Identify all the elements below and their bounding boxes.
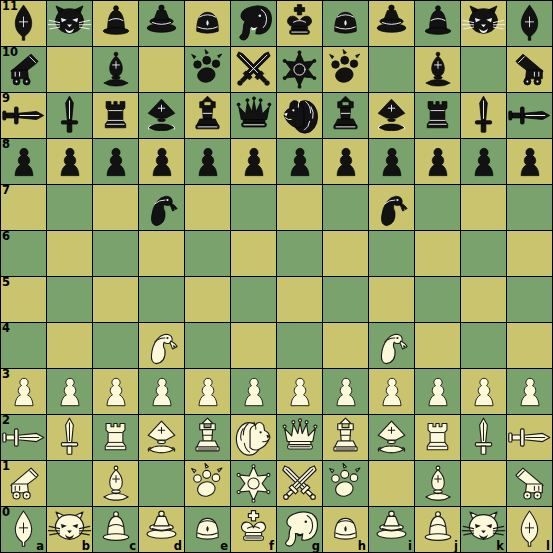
piece-black-snake	[371, 187, 413, 229]
piece-black-rook	[417, 95, 458, 136]
square-a8[interactable]: 8	[1, 139, 46, 184]
square-l8[interactable]	[507, 139, 552, 184]
piece-black-turban	[369, 1, 414, 46]
rank-label-8: 8	[2, 139, 10, 151]
square-c11[interactable]	[93, 1, 138, 46]
square-i3[interactable]	[369, 369, 414, 414]
rank-label-0: 0	[2, 507, 10, 519]
piece-black-bishop	[417, 49, 459, 91]
square-f10[interactable]	[231, 47, 276, 92]
piece-black-turban	[139, 1, 184, 46]
square-a9[interactable]: 9	[1, 93, 46, 138]
piece-black-pawn	[328, 144, 364, 180]
piece-white-xswords	[277, 461, 322, 506]
square-g7[interactable]	[277, 185, 322, 230]
piece-black-pawn	[6, 144, 42, 180]
square-j9[interactable]	[415, 93, 460, 138]
piece-white-pawn	[52, 374, 88, 410]
piece-black-mitre	[370, 94, 413, 137]
piece-black-elephant	[231, 1, 276, 46]
square-d8[interactable]	[139, 139, 184, 184]
file-label-j: j	[454, 540, 458, 552]
square-a5[interactable]: 5	[1, 277, 46, 322]
piece-black-pawn	[466, 144, 502, 180]
square-j8[interactable]	[415, 139, 460, 184]
piece-black-bishop	[95, 49, 137, 91]
square-h10[interactable]	[323, 47, 368, 92]
piece-black-paw	[325, 49, 367, 91]
piece-white-paw	[187, 463, 229, 505]
square-i9[interactable]	[369, 93, 414, 138]
piece-black-king	[278, 2, 321, 45]
piece-white-snake	[141, 325, 183, 367]
file-label-i: i	[408, 540, 412, 552]
square-b4[interactable]	[47, 323, 92, 368]
rank-label-6: 6	[2, 231, 10, 243]
rank-label-1: 1	[2, 461, 10, 473]
piece-black-sword	[462, 94, 505, 137]
square-c5[interactable]	[93, 277, 138, 322]
square-i0[interactable]: i	[369, 507, 414, 552]
square-h5[interactable]	[323, 277, 368, 322]
square-b5[interactable]	[47, 277, 92, 322]
piece-black-xswords	[231, 47, 276, 92]
square-e6[interactable]	[185, 231, 230, 276]
piece-white-pawn	[6, 374, 42, 410]
square-b0[interactable]: b	[47, 507, 92, 552]
piece-black-cannon	[508, 48, 552, 92]
square-c6[interactable]	[93, 231, 138, 276]
square-j7[interactable]	[415, 185, 460, 230]
square-f5[interactable]	[231, 277, 276, 322]
square-d5[interactable]	[139, 277, 184, 322]
square-j3[interactable]	[415, 369, 460, 414]
file-label-d: d	[174, 540, 182, 552]
square-i2[interactable]	[369, 415, 414, 460]
square-d11[interactable]	[139, 1, 184, 46]
square-g6[interactable]	[277, 231, 322, 276]
square-b7[interactable]	[47, 185, 92, 230]
file-label-b: b	[82, 540, 90, 552]
square-f9[interactable]	[231, 93, 276, 138]
square-e11[interactable]	[185, 1, 230, 46]
square-f2[interactable]	[231, 415, 276, 460]
piece-black-tower	[186, 94, 229, 137]
square-d1[interactable]	[139, 461, 184, 506]
square-k0[interactable]: k	[461, 507, 506, 552]
piece-white-pawn	[512, 374, 548, 410]
square-g10[interactable]	[277, 47, 322, 92]
piece-black-dagger	[507, 93, 552, 138]
square-g11[interactable]	[277, 1, 322, 46]
piece-white-bishop	[417, 463, 459, 505]
square-c10[interactable]	[93, 47, 138, 92]
piece-black-pawn	[98, 144, 134, 180]
square-k6[interactable]	[461, 231, 506, 276]
square-l6[interactable]	[507, 231, 552, 276]
square-j10[interactable]	[415, 47, 460, 92]
square-l7[interactable]	[507, 185, 552, 230]
square-k4[interactable]	[461, 323, 506, 368]
square-b10[interactable]	[47, 47, 92, 92]
square-a0[interactable]: 0a	[1, 507, 46, 552]
square-b9[interactable]	[47, 93, 92, 138]
square-a7[interactable]: 7	[1, 185, 46, 230]
square-e9[interactable]	[185, 93, 230, 138]
piece-white-rook	[417, 417, 458, 458]
file-label-f: f	[269, 540, 274, 552]
square-k2[interactable]	[461, 415, 506, 460]
piece-white-bishop	[95, 463, 137, 505]
square-a6[interactable]: 6	[1, 231, 46, 276]
square-d4[interactable]	[139, 323, 184, 368]
square-e0[interactable]: e	[185, 507, 230, 552]
square-f4[interactable]	[231, 323, 276, 368]
square-e5[interactable]	[185, 277, 230, 322]
piece-black-snake	[141, 187, 183, 229]
rank-label-4: 4	[2, 323, 10, 335]
rank-label-7: 7	[2, 185, 10, 197]
square-e4[interactable]	[185, 323, 230, 368]
file-label-c: c	[129, 540, 136, 552]
square-i1[interactable]	[369, 461, 414, 506]
square-i8[interactable]	[369, 139, 414, 184]
piece-white-cannon	[508, 462, 552, 506]
piece-white-pawn	[374, 374, 410, 410]
piece-black-paw	[187, 49, 229, 91]
square-e7[interactable]	[185, 185, 230, 230]
square-i10[interactable]	[369, 47, 414, 92]
piece-black-pawn	[190, 144, 226, 180]
piece-white-mitre	[370, 416, 413, 459]
square-l9[interactable]	[507, 93, 552, 138]
square-j1[interactable]	[415, 461, 460, 506]
square-b3[interactable]	[47, 369, 92, 414]
square-j6[interactable]	[415, 231, 460, 276]
piece-black-mitre	[140, 94, 183, 137]
square-g1[interactable]	[277, 461, 322, 506]
piece-black-leopard	[47, 1, 92, 46]
piece-white-mitre	[140, 416, 183, 459]
piece-white-star	[232, 462, 275, 505]
piece-black-shako	[416, 2, 460, 46]
square-f7[interactable]	[231, 185, 276, 230]
square-a11[interactable]: 11	[1, 1, 46, 46]
square-f11[interactable]	[231, 1, 276, 46]
square-h6[interactable]	[323, 231, 368, 276]
rank-label-11: 11	[2, 1, 18, 13]
piece-black-pawn	[282, 144, 318, 180]
square-h2[interactable]	[323, 415, 368, 460]
file-label-k: k	[496, 540, 504, 552]
piece-white-spear	[509, 509, 550, 550]
piece-black-pawn	[144, 144, 180, 180]
piece-black-pawn	[374, 144, 410, 180]
piece-white-snake	[371, 325, 413, 367]
square-e3[interactable]	[185, 369, 230, 414]
game-board: 11109876543210abcdefghijkl	[0, 0, 553, 553]
piece-white-pawn	[190, 374, 226, 410]
square-c1[interactable]	[93, 461, 138, 506]
square-g0[interactable]: g	[277, 507, 322, 552]
square-i5[interactable]	[369, 277, 414, 322]
square-c8[interactable]	[93, 139, 138, 184]
piece-black-pawn	[236, 144, 272, 180]
piece-white-shako	[416, 508, 460, 552]
square-f0[interactable]: f	[231, 507, 276, 552]
piece-black-pawn	[52, 144, 88, 180]
square-l0[interactable]: l	[507, 507, 552, 552]
square-l2[interactable]	[507, 415, 552, 460]
square-j4[interactable]	[415, 323, 460, 368]
square-h0[interactable]: h	[323, 507, 368, 552]
square-g5[interactable]	[277, 277, 322, 322]
square-h8[interactable]	[323, 139, 368, 184]
square-h11[interactable]	[323, 1, 368, 46]
square-h9[interactable]	[323, 93, 368, 138]
rank-label-5: 5	[2, 277, 10, 289]
square-l1[interactable]	[507, 461, 552, 506]
piece-black-kepi	[324, 2, 367, 45]
square-h1[interactable]	[323, 461, 368, 506]
square-c2[interactable]	[93, 415, 138, 460]
square-k10[interactable]	[461, 47, 506, 92]
square-g2[interactable]	[277, 415, 322, 460]
piece-white-pawn	[466, 374, 502, 410]
square-d2[interactable]	[139, 415, 184, 460]
piece-white-lion	[232, 416, 276, 460]
square-i7[interactable]	[369, 185, 414, 230]
square-j0[interactable]: j	[415, 507, 460, 552]
square-j11[interactable]	[415, 1, 460, 46]
square-d7[interactable]	[139, 185, 184, 230]
square-c4[interactable]	[93, 323, 138, 368]
square-c7[interactable]	[93, 185, 138, 230]
square-d0[interactable]: d	[139, 507, 184, 552]
piece-white-sword	[462, 416, 505, 459]
square-k8[interactable]	[461, 139, 506, 184]
rank-label-2: 2	[2, 415, 10, 427]
square-l3[interactable]	[507, 369, 552, 414]
square-i11[interactable]	[369, 1, 414, 46]
square-k1[interactable]	[461, 461, 506, 506]
square-c0[interactable]: c	[93, 507, 138, 552]
piece-black-sword	[48, 94, 91, 137]
square-l11[interactable]	[507, 1, 552, 46]
square-c3[interactable]	[93, 369, 138, 414]
piece-white-pawn	[282, 374, 318, 410]
square-d6[interactable]	[139, 231, 184, 276]
piece-white-pawn	[144, 374, 180, 410]
piece-white-tower	[186, 416, 229, 459]
square-c9[interactable]	[93, 93, 138, 138]
square-d10[interactable]	[139, 47, 184, 92]
file-label-h: h	[358, 540, 366, 552]
piece-white-tower	[324, 416, 367, 459]
piece-black-pawn	[512, 144, 548, 180]
square-b1[interactable]	[47, 461, 92, 506]
square-e1[interactable]	[185, 461, 230, 506]
square-e10[interactable]	[185, 47, 230, 92]
square-f3[interactable]	[231, 369, 276, 414]
square-i4[interactable]	[369, 323, 414, 368]
piece-black-shako	[94, 2, 138, 46]
piece-black-pawn	[420, 144, 456, 180]
square-f6[interactable]	[231, 231, 276, 276]
piece-black-lion	[278, 94, 322, 138]
square-a1[interactable]: 1	[1, 461, 46, 506]
file-label-e: e	[220, 540, 228, 552]
square-j2[interactable]	[415, 415, 460, 460]
file-label-g: g	[312, 540, 320, 552]
file-label-l: l	[546, 540, 550, 552]
piece-white-pawn	[328, 374, 364, 410]
square-k9[interactable]	[461, 93, 506, 138]
piece-white-paw	[325, 463, 367, 505]
square-b6[interactable]	[47, 231, 92, 276]
rank-label-3: 3	[2, 369, 10, 381]
piece-white-queen	[278, 416, 322, 460]
square-k3[interactable]	[461, 369, 506, 414]
square-e8[interactable]	[185, 139, 230, 184]
square-g8[interactable]	[277, 139, 322, 184]
square-a2[interactable]: 2	[1, 415, 46, 460]
square-g9[interactable]	[277, 93, 322, 138]
square-h7[interactable]	[323, 185, 368, 230]
piece-black-spear	[509, 3, 550, 44]
square-b8[interactable]	[47, 139, 92, 184]
square-h3[interactable]	[323, 369, 368, 414]
square-h4[interactable]	[323, 323, 368, 368]
square-a4[interactable]: 4	[1, 323, 46, 368]
square-f1[interactable]	[231, 461, 276, 506]
square-l5[interactable]	[507, 277, 552, 322]
square-k11[interactable]	[461, 1, 506, 46]
piece-black-star	[278, 48, 321, 91]
piece-white-pawn	[420, 374, 456, 410]
square-g4[interactable]	[277, 323, 322, 368]
square-a3[interactable]: 3	[1, 369, 46, 414]
piece-black-leopard	[461, 1, 506, 46]
square-b2[interactable]	[47, 415, 92, 460]
square-a10[interactable]: 10	[1, 47, 46, 92]
square-d3[interactable]	[139, 369, 184, 414]
rank-label-10: 10	[2, 47, 18, 59]
square-g3[interactable]	[277, 369, 322, 414]
piece-black-queen	[232, 94, 276, 138]
piece-white-sword	[48, 416, 91, 459]
file-label-a: a	[36, 540, 44, 552]
square-k5[interactable]	[461, 277, 506, 322]
piece-black-rook	[95, 95, 136, 136]
square-l4[interactable]	[507, 323, 552, 368]
square-d9[interactable]	[139, 93, 184, 138]
square-e2[interactable]	[185, 415, 230, 460]
square-f8[interactable]	[231, 139, 276, 184]
square-b11[interactable]	[47, 1, 92, 46]
piece-white-rook	[95, 417, 136, 458]
piece-black-tower	[324, 94, 367, 137]
piece-black-kepi	[186, 2, 229, 45]
square-i6[interactable]	[369, 231, 414, 276]
rank-label-9: 9	[2, 93, 10, 105]
piece-white-pawn	[236, 374, 272, 410]
piece-white-dagger	[507, 415, 552, 460]
square-l10[interactable]	[507, 47, 552, 92]
piece-white-pawn	[98, 374, 134, 410]
square-k7[interactable]	[461, 185, 506, 230]
square-j5[interactable]	[415, 277, 460, 322]
